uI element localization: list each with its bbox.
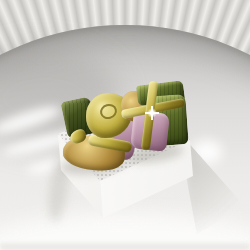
dish-bottom-edge-shade xyxy=(0,243,250,250)
product-photo-scene xyxy=(0,0,250,250)
glint-highlight xyxy=(147,108,157,118)
right-earring xyxy=(118,82,194,162)
